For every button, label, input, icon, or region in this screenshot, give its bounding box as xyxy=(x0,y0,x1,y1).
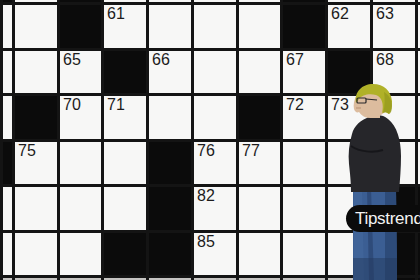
cell-r3c1 xyxy=(15,96,57,139)
cell-r5c1[interactable] xyxy=(15,187,57,230)
cell-r0c5 xyxy=(194,0,236,2)
cell-r0c7 xyxy=(283,0,325,2)
cell-r2c5[interactable] xyxy=(194,51,236,93)
clue-number-63: 63 xyxy=(376,6,394,23)
cell-r6c5[interactable]: 85 xyxy=(194,233,236,275)
clue-number-72: 72 xyxy=(286,97,304,114)
cell-r5c5[interactable]: 82 xyxy=(194,187,236,230)
cell-r3c0 xyxy=(3,96,12,139)
cell-r1c2 xyxy=(60,5,101,48)
cell-r2c1[interactable] xyxy=(15,51,57,93)
cell-r1c8[interactable]: 62 xyxy=(328,5,370,48)
cell-r5c3[interactable] xyxy=(104,187,146,230)
scene: 61626365666768707172737576778285 xyxy=(0,0,420,280)
cell-r0c3 xyxy=(104,0,146,2)
cell-r3c4[interactable] xyxy=(149,96,191,139)
cell-r3c6 xyxy=(239,96,280,139)
person-jeans xyxy=(353,185,397,280)
cell-r4c7[interactable] xyxy=(283,142,325,184)
clue-number-77: 77 xyxy=(242,143,260,160)
cell-r6c3 xyxy=(104,233,146,275)
cell-r2c4[interactable]: 66 xyxy=(149,51,191,93)
cell-r1c7 xyxy=(283,5,325,48)
watermark-text: Tipstrend xyxy=(346,209,420,229)
cell-r4c4 xyxy=(149,142,191,184)
cell-r1c1[interactable] xyxy=(15,5,57,48)
cell-r5c4 xyxy=(149,187,191,230)
person-head xyxy=(354,84,392,118)
person-sweater xyxy=(349,115,401,192)
clue-number-68: 68 xyxy=(376,52,394,69)
cell-r5c6[interactable] xyxy=(239,187,280,230)
cell-r6c2[interactable] xyxy=(60,233,101,275)
cell-r0c6 xyxy=(239,0,280,2)
cell-r5c0 xyxy=(3,187,12,230)
cell-r0c9 xyxy=(373,0,415,2)
cell-r1c0 xyxy=(3,5,12,48)
cell-r4c5[interactable]: 76 xyxy=(194,142,236,184)
cell-r0c8 xyxy=(328,0,370,2)
cell-r1c6[interactable] xyxy=(239,5,280,48)
cell-r5c2[interactable] xyxy=(60,187,101,230)
cell-r2c3 xyxy=(104,51,146,93)
cell-r4c3[interactable] xyxy=(104,142,146,184)
cell-r1c9[interactable]: 63 xyxy=(373,5,415,48)
cell-r1c3[interactable]: 61 xyxy=(104,5,146,48)
clue-number-76: 76 xyxy=(197,143,215,160)
clue-number-62: 62 xyxy=(331,6,349,23)
cell-r3c2[interactable]: 70 xyxy=(60,96,101,139)
clue-number-82: 82 xyxy=(197,188,215,205)
clue-number-67: 67 xyxy=(286,52,304,69)
cell-r5c7[interactable] xyxy=(283,187,325,230)
clue-number-85: 85 xyxy=(197,234,215,251)
clue-number-71: 71 xyxy=(107,97,125,114)
cell-r0c0 xyxy=(3,0,12,2)
clue-number-65: 65 xyxy=(63,52,81,69)
clue-number-66: 66 xyxy=(152,52,170,69)
cell-r1c4[interactable] xyxy=(149,5,191,48)
cell-r6c7[interactable] xyxy=(283,233,325,275)
cell-r3c7[interactable]: 72 xyxy=(283,96,325,139)
cell-r0c4 xyxy=(149,0,191,2)
cell-r6c0 xyxy=(3,233,12,275)
cell-r2c7[interactable]: 67 xyxy=(283,51,325,93)
cell-r2c0 xyxy=(3,51,12,93)
cell-r6c6[interactable] xyxy=(239,233,280,275)
watermark-pill: Tipstrend xyxy=(346,205,420,232)
cell-r0c2 xyxy=(60,0,101,2)
cell-r2c6[interactable] xyxy=(239,51,280,93)
cell-r4c6[interactable]: 77 xyxy=(239,142,280,184)
cell-r1c5[interactable] xyxy=(194,5,236,48)
cell-r3c3[interactable]: 71 xyxy=(104,96,146,139)
cell-r6c1[interactable] xyxy=(15,233,57,275)
cell-r4c0 xyxy=(3,142,12,184)
cell-r4c2[interactable] xyxy=(60,142,101,184)
cell-r0c1 xyxy=(15,0,57,2)
cell-r4c1[interactable]: 75 xyxy=(15,142,57,184)
clue-number-70: 70 xyxy=(63,97,81,114)
clue-number-61: 61 xyxy=(107,6,125,23)
cell-r2c2[interactable]: 65 xyxy=(60,51,101,93)
cell-r3c5[interactable] xyxy=(194,96,236,139)
clue-number-75: 75 xyxy=(18,143,36,160)
cell-r6c4 xyxy=(149,233,191,275)
person xyxy=(340,82,408,280)
